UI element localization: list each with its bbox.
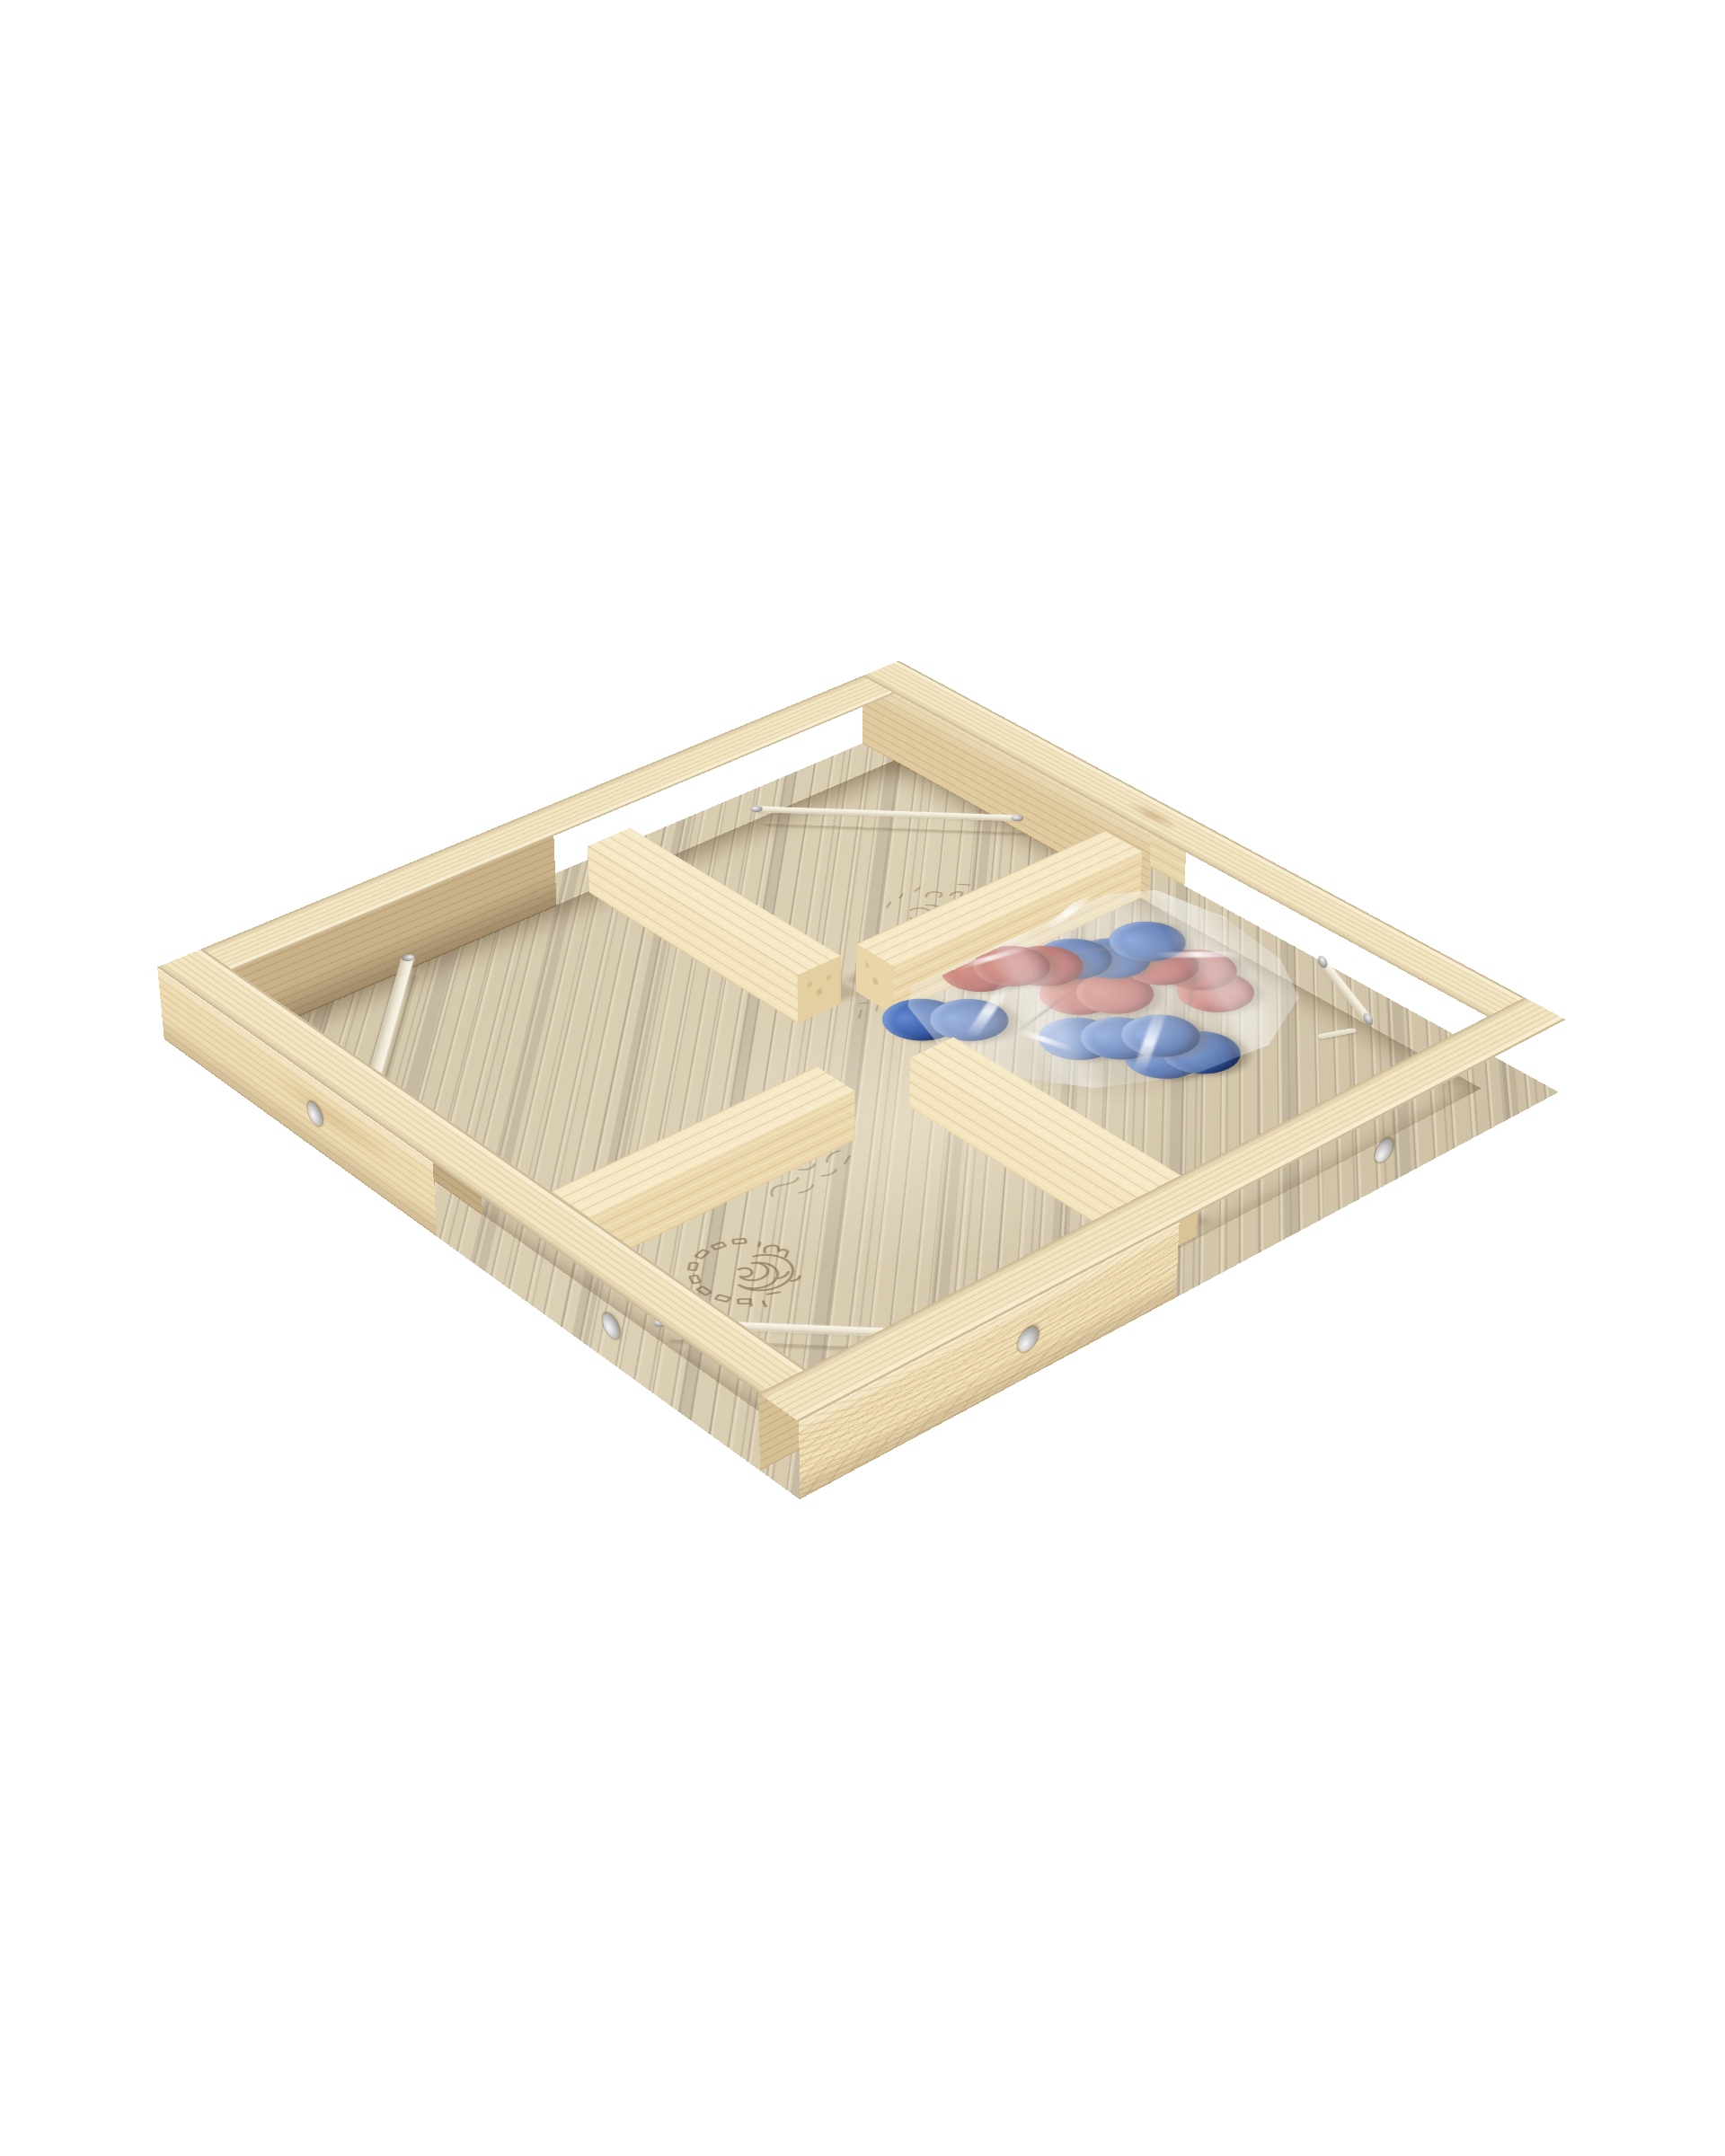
bag-highlight	[1156, 951, 1246, 958]
sling-puck-board	[164, 728, 1559, 1499]
product-photo-stage	[0, 0, 1725, 2156]
